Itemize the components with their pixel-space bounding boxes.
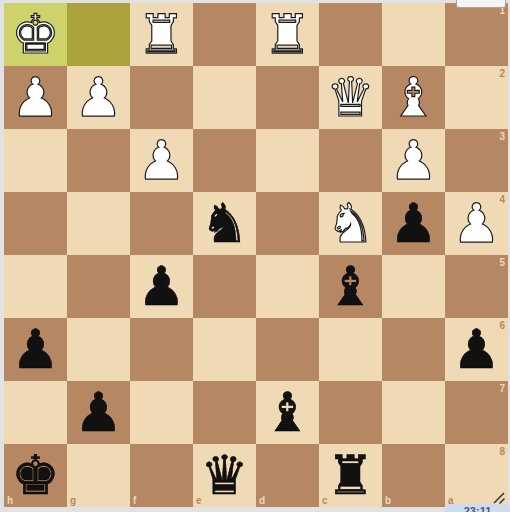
square-g4[interactable] [67,192,130,255]
square-c6[interactable] [319,318,382,381]
square-h4[interactable] [4,192,67,255]
square-c4[interactable]: ♞ [319,192,382,255]
white-pawn[interactable]: ♟ [67,66,130,129]
square-f1[interactable]: ♜ [130,3,193,66]
square-d7[interactable]: ♝ [256,381,319,444]
square-b8[interactable]: b [382,444,445,507]
square-f7[interactable] [130,381,193,444]
square-h2[interactable]: ♟ [4,66,67,129]
file-label-f: f [133,495,136,506]
black-king[interactable]: ♚ [4,444,67,507]
square-d1[interactable]: ♜ [256,3,319,66]
square-a8[interactable]: 8a [445,444,508,507]
square-c8[interactable]: ♜c [319,444,382,507]
black-knight[interactable]: ♞ [193,192,256,255]
clock: 23:11 [445,504,510,512]
square-f4[interactable] [130,192,193,255]
square-e3[interactable] [193,129,256,192]
file-label-d: d [259,495,265,506]
partial-button-top[interactable] [456,0,506,8]
rank-label-8: 8 [499,446,505,457]
square-d3[interactable] [256,129,319,192]
black-pawn[interactable]: ♟ [4,318,67,381]
square-e5[interactable] [193,255,256,318]
black-pawn[interactable]: ♟ [130,255,193,318]
square-d4[interactable] [256,192,319,255]
white-pawn[interactable]: ♟ [4,66,67,129]
square-h8[interactable]: ♚h [4,444,67,507]
square-d6[interactable] [256,318,319,381]
square-a1[interactable]: 1 [445,3,508,66]
square-b3[interactable]: ♟ [382,129,445,192]
chess-app-viewport: ♚♜♜1♟♟♛♝2♟♟3♞♞♟♟4♟♝5♟♟6♟♝7♚hgf♛ed♜cb8a 2… [0,0,510,512]
square-h1[interactable]: ♚ [4,3,67,66]
square-f5[interactable]: ♟ [130,255,193,318]
white-knight[interactable]: ♞ [319,192,382,255]
white-queen[interactable]: ♛ [319,66,382,129]
rank-label-5: 5 [499,257,505,268]
file-label-g: g [70,495,76,506]
square-h6[interactable]: ♟ [4,318,67,381]
white-rook[interactable]: ♜ [256,3,319,66]
square-g5[interactable] [67,255,130,318]
white-bishop[interactable]: ♝ [382,66,445,129]
square-c3[interactable] [319,129,382,192]
black-bishop[interactable]: ♝ [319,255,382,318]
black-queen[interactable]: ♛ [193,444,256,507]
square-b4[interactable]: ♟ [382,192,445,255]
square-g8[interactable]: g [67,444,130,507]
square-g6[interactable] [67,318,130,381]
square-a5[interactable]: 5 [445,255,508,318]
rank-label-2: 2 [499,68,505,79]
white-pawn[interactable]: ♟ [382,129,445,192]
square-e2[interactable] [193,66,256,129]
square-e1[interactable] [193,3,256,66]
square-c2[interactable]: ♛ [319,66,382,129]
square-b1[interactable] [382,3,445,66]
square-f8[interactable]: f [130,444,193,507]
white-pawn[interactable]: ♟ [445,192,508,255]
square-d8[interactable]: d [256,444,319,507]
black-pawn[interactable]: ♟ [445,318,508,381]
square-g3[interactable] [67,129,130,192]
white-pawn[interactable]: ♟ [130,129,193,192]
square-a3[interactable]: 3 [445,129,508,192]
square-e8[interactable]: ♛e [193,444,256,507]
board-resize-handle-icon[interactable] [492,491,506,505]
file-label-b: b [385,495,391,506]
rank-label-3: 3 [499,131,505,142]
square-g7[interactable]: ♟ [67,381,130,444]
rank-label-7: 7 [499,383,505,394]
black-rook[interactable]: ♜ [319,444,382,507]
square-b2[interactable]: ♝ [382,66,445,129]
white-king[interactable]: ♚ [4,3,67,66]
square-a6[interactable]: ♟6 [445,318,508,381]
square-a4[interactable]: ♟4 [445,192,508,255]
chess-board: ♚♜♜1♟♟♛♝2♟♟3♞♞♟♟4♟♝5♟♟6♟♝7♚hgf♛ed♜cb8a [4,3,508,507]
square-c1[interactable] [319,3,382,66]
black-bishop[interactable]: ♝ [256,381,319,444]
square-f6[interactable] [130,318,193,381]
square-b5[interactable] [382,255,445,318]
square-e4[interactable]: ♞ [193,192,256,255]
square-f3[interactable]: ♟ [130,129,193,192]
square-a2[interactable]: 2 [445,66,508,129]
square-d5[interactable] [256,255,319,318]
square-e6[interactable] [193,318,256,381]
square-h7[interactable] [4,381,67,444]
square-b6[interactable] [382,318,445,381]
square-f2[interactable] [130,66,193,129]
square-a7[interactable]: 7 [445,381,508,444]
square-b7[interactable] [382,381,445,444]
white-rook[interactable]: ♜ [130,3,193,66]
square-h5[interactable] [4,255,67,318]
black-pawn[interactable]: ♟ [67,381,130,444]
square-c7[interactable] [319,381,382,444]
square-h3[interactable] [4,129,67,192]
square-g1[interactable] [67,3,130,66]
square-e7[interactable] [193,381,256,444]
square-d2[interactable] [256,66,319,129]
square-c5[interactable]: ♝ [319,255,382,318]
black-pawn[interactable]: ♟ [382,192,445,255]
square-g2[interactable]: ♟ [67,66,130,129]
